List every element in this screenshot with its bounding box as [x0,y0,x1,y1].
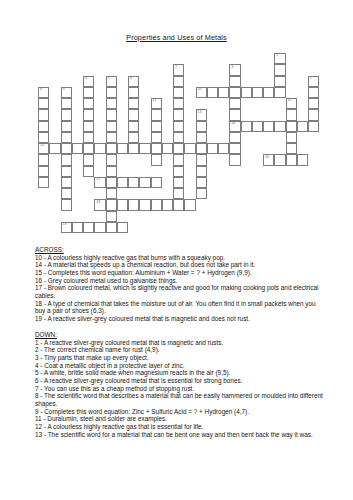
grid-cell[interactable] [263,121,274,132]
grid-cell[interactable] [274,154,285,165]
grid-cell[interactable] [106,121,117,132]
grid-cell[interactable]: 17 [94,177,105,188]
cell-number: 8 [40,88,42,92]
grid-cell[interactable] [61,177,72,188]
grid-cell[interactable] [151,132,162,143]
grid-cell[interactable] [128,121,139,132]
grid-cell[interactable] [229,76,240,87]
cell-number: 6 [130,77,132,81]
grid-cell[interactable] [297,121,308,132]
grid-cell[interactable] [286,143,297,154]
grid-cell[interactable] [151,143,162,154]
cell-number: 12 [287,99,291,103]
clue-3: 3 - Tiny parts that make up every object… [35,354,324,362]
grid-cell[interactable] [162,199,173,210]
grid-cell[interactable] [106,87,117,98]
clue-5: 5 - A white, brittle solid made when mag… [35,369,324,377]
grid-cell[interactable] [274,64,285,75]
cell-number: 15 [40,144,44,148]
grid-cell[interactable] [106,199,117,210]
grid-cell[interactable]: 7 [308,76,319,87]
grid-cell[interactable]: 18 [94,199,105,210]
grid-cell[interactable]: 13 [196,109,207,120]
grid-cell[interactable] [308,121,319,132]
cell-number: 1 [276,54,278,58]
grid-cell[interactable] [61,143,72,154]
grid-cell[interactable] [196,121,207,132]
clue-4: 4 - Coat a metallic object in a protecti… [35,362,324,370]
grid-cell[interactable] [83,166,94,177]
cell-number: 7 [310,77,312,81]
grid-cell[interactable]: 11 [151,98,162,109]
grid-cell[interactable] [151,154,162,165]
clue-16: 16 - Grey coloured metal used to galvani… [35,277,324,285]
clue-2: 2 - The correct chemical name for rust (… [35,346,324,354]
grid-cell[interactable] [286,154,297,165]
clue-9: 9 - Completes this word equation: Zinc +… [35,408,324,416]
cell-number: 16 [265,156,269,160]
grid-cell[interactable] [173,199,184,210]
grid-cell[interactable] [241,121,252,132]
cell-number: 13 [197,111,201,115]
clue-12: 12 - A colourless highly reactive gas th… [35,423,324,431]
grid-cell[interactable] [229,87,240,98]
grid-cell[interactable] [151,121,162,132]
grid-cell[interactable] [139,143,150,154]
grid-cell[interactable] [128,98,139,109]
grid-cell[interactable] [83,121,94,132]
grid-cell[interactable] [207,143,218,154]
grid-cell[interactable] [49,143,60,154]
grid-cell[interactable] [139,177,150,188]
grid-cell[interactable]: 3 [229,64,240,75]
cell-number: 4 [85,77,87,81]
grid-cell[interactable]: 12 [286,98,297,109]
grid-cell[interactable] [106,98,117,109]
grid-cell[interactable] [173,132,184,143]
grid-cell[interactable] [297,154,308,165]
clue-14: 14 - A material that speeds up a chemica… [35,261,324,269]
grid-cell[interactable] [151,199,162,210]
grid-cell[interactable] [106,188,117,199]
grid-cell[interactable] [38,121,49,132]
grid-cell[interactable] [139,199,150,210]
grid-cell[interactable] [173,109,184,120]
down-clues-section: DOWN: 1 - A reactive silver-grey coloure… [35,331,324,438]
clue-8: 8 - The scientific word that describes a… [35,392,324,407]
grid-cell[interactable]: 8 [38,87,49,98]
grid-cell[interactable] [106,177,117,188]
grid-cell[interactable] [106,109,117,120]
grid-cell[interactable]: 19 [61,222,72,233]
grid-cell[interactable] [106,132,117,143]
grid-cell[interactable] [106,154,117,165]
down-heading: DOWN: [35,331,324,339]
grid-cell[interactable]: 14 [229,121,240,132]
grid-cell[interactable] [196,132,207,143]
grid-cell[interactable] [229,98,240,109]
grid-cell[interactable] [38,177,49,188]
grid-cell[interactable] [38,166,49,177]
grid-cell[interactable] [173,154,184,165]
grid-cell[interactable]: 2 [173,64,184,75]
grid-cell[interactable] [94,143,105,154]
grid-cell[interactable] [38,154,49,165]
grid-cell[interactable] [207,87,218,98]
grid-cell[interactable] [61,154,72,165]
grid-cell[interactable] [83,98,94,109]
grid-cell[interactable] [151,109,162,120]
grid-cell[interactable] [173,76,184,87]
grid-cell[interactable] [38,132,49,143]
grid-cell[interactable] [274,121,285,132]
grid-cell[interactable] [61,188,72,199]
grid-cell[interactable] [184,199,195,210]
grid-cell[interactable] [117,143,128,154]
grid-cell[interactable] [263,87,274,98]
grid-cell[interactable] [106,166,117,177]
grid-cell[interactable]: 10 [196,87,207,98]
cell-number: 2 [175,66,177,70]
grid-cell[interactable] [61,98,72,109]
grid-cell[interactable] [308,98,319,109]
grid-cell[interactable] [128,199,139,210]
grid-cell[interactable] [229,143,240,154]
grid-cell[interactable] [61,199,72,210]
cell-number: 5 [107,77,109,81]
grid-cell[interactable] [229,154,240,165]
cell-number: 11 [152,99,156,103]
grid-cell[interactable]: 1 [274,53,285,64]
crossword-grid: 12345678910111213141516171819 [38,53,320,233]
grid-cell[interactable] [61,121,72,132]
grid-cell[interactable]: 15 [38,143,49,154]
grid-cell[interactable] [173,98,184,109]
grid-cell[interactable] [308,109,319,120]
grid-cell[interactable] [128,109,139,120]
grid-cell[interactable] [117,222,128,233]
clue-17: 17 - Brown coloured metal, which is slig… [35,284,324,299]
grid-cell[interactable] [252,87,263,98]
grid-cell[interactable] [173,121,184,132]
grid-cell[interactable] [173,188,184,199]
grid-cell[interactable] [173,177,184,188]
grid-cell[interactable] [106,222,117,233]
cell-number: 3 [231,66,233,70]
grid-cell[interactable] [38,98,49,109]
grid-cell[interactable] [196,143,207,154]
cell-number: 17 [96,178,100,182]
clue-1: 1 - A reactive silver-grey coloured meta… [35,339,324,347]
grid-cell[interactable] [286,121,297,132]
grid-cell[interactable]: 6 [128,76,139,87]
grid-cell[interactable] [173,143,184,154]
grid-cell[interactable] [252,121,263,132]
grid-cell[interactable] [196,154,207,165]
grid-cell[interactable] [83,222,94,233]
grid-cell[interactable] [61,109,72,120]
grid-cell[interactable] [173,87,184,98]
clue-11: 11 - Duralumin, steel and solder are exa… [35,415,324,423]
across-clue-list: 10 - A colourless highly reactive gas th… [35,254,324,323]
grid-cell[interactable] [229,109,240,120]
grid-cell[interactable] [38,109,49,120]
clue-6: 6 - A reactive silver-grey coloured meta… [35,377,324,385]
grid-cell[interactable]: 5 [106,76,117,87]
grid-cell[interactable] [128,87,139,98]
page-title: Properties and Uses of Metals [0,33,353,42]
grid-cell[interactable] [151,177,162,188]
grid-cell[interactable] [274,76,285,87]
grid-cell[interactable] [61,132,72,143]
grid-cell[interactable] [274,87,285,98]
clue-13: 13 - The scientific word for a material … [35,431,324,439]
clue-18: 18 - A type of chemical that takes the m… [35,300,324,315]
clue-15: 15 - Completes this word equation: Alumi… [35,269,324,277]
grid-cell[interactable] [128,143,139,154]
grid-cell[interactable] [218,143,229,154]
grid-cell[interactable] [83,132,94,143]
clue-19: 19 - A reactive silver-grey coloured met… [35,315,324,323]
grid-cell[interactable]: 9 [61,87,72,98]
grid-cell[interactable] [106,211,117,222]
clue-7: 7 - You can use this as a cheap method o… [35,385,324,393]
grid-cell[interactable] [83,154,94,165]
grid-cell[interactable] [128,132,139,143]
grid-cell[interactable] [308,87,319,98]
grid-cell[interactable] [196,166,207,177]
across-clues-section: ACROSS: 10 - A colourless highly reactiv… [35,246,324,323]
grid-cell[interactable] [83,109,94,120]
grid-cell[interactable]: 16 [263,154,274,165]
grid-cell[interactable] [61,166,72,177]
clue-10: 10 - A colourless highly reactive gas th… [35,254,324,262]
grid-cell[interactable] [173,166,184,177]
grid-cell[interactable] [72,222,83,233]
grid-cell[interactable]: 4 [83,76,94,87]
grid-cell[interactable] [83,87,94,98]
grid-cell[interactable] [83,143,94,154]
grid-cell[interactable] [286,109,297,120]
grid-cell[interactable] [128,177,139,188]
worksheet-page: Properties and Uses of Metals 1234567891… [0,0,353,500]
grid-cell[interactable] [117,199,128,210]
cell-number: 18 [96,201,100,205]
grid-cell[interactable] [94,222,105,233]
grid-cell[interactable] [241,87,252,98]
cell-number: 19 [62,223,66,227]
grid-cell[interactable] [196,177,207,188]
grid-cell[interactable] [229,132,240,143]
cell-number: 14 [231,122,235,126]
down-clue-list: 1 - A reactive silver-grey coloured meta… [35,339,324,439]
cell-number: 9 [62,88,64,92]
across-heading: ACROSS: [35,246,324,254]
grid-cell[interactable] [196,188,207,199]
grid-cell[interactable] [184,143,195,154]
grid-cell[interactable] [117,177,128,188]
grid-cell[interactable] [162,143,173,154]
grid-cell[interactable] [286,132,297,143]
cell-number: 10 [197,88,201,92]
grid-cell[interactable] [106,143,117,154]
grid-cell[interactable] [72,143,83,154]
grid-cell[interactable] [218,87,229,98]
